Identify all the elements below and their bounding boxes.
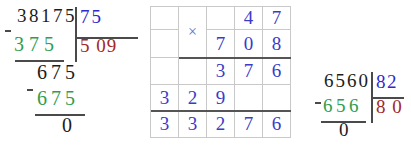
- grid-cell-r2c4: 0: [235, 30, 263, 58]
- grid-cell-r2c5: 8: [263, 30, 291, 58]
- dividend: 38175: [17, 6, 77, 25]
- quotient: 5 09: [80, 36, 117, 55]
- grid-cell-r4c3: 9: [207, 85, 235, 111]
- subtrahend-1: 656: [323, 96, 362, 115]
- grid-cell-r5c2: 3: [179, 111, 207, 138]
- subtraction-line-2: [35, 114, 85, 116]
- grid-cell-r2c1: [151, 30, 179, 58]
- grid-cell-r5c5: 6: [263, 111, 291, 138]
- arithmetic-worksheet: 38175 75 5 09 375 675 675 0 ×47708376329…: [0, 0, 411, 149]
- quotient: 8 0: [376, 97, 403, 116]
- divisor: 75: [80, 7, 103, 26]
- grid-cell-r1c4: 4: [235, 7, 263, 30]
- remainder: 0: [339, 120, 349, 139]
- grid-cell-r5c1: 3: [151, 111, 179, 138]
- divisor: 82: [376, 72, 398, 91]
- grid-cell-r3c5: 6: [263, 58, 291, 85]
- grid-cell-r4c4: [235, 85, 263, 111]
- grid-cell-r5c4: 7: [235, 111, 263, 138]
- grid-cell-r1c3: [207, 7, 235, 30]
- dividend: 6560: [324, 71, 370, 90]
- grid-cell-r3c1: [151, 58, 179, 85]
- grid-cell-r3c4: 7: [235, 58, 263, 85]
- subtrahend-1: 375: [14, 34, 59, 54]
- grid-cell-r2c3: 7: [207, 30, 235, 58]
- result-line: [151, 110, 291, 112]
- grid-cell-r5c3: 2: [207, 111, 235, 138]
- division-bracket-vertical-line: [75, 7, 77, 62]
- grid-cell-r3c3: 3: [207, 58, 235, 85]
- subtrahend-2: 675: [37, 88, 79, 108]
- grid-cell-r4c2: 2: [179, 85, 207, 111]
- multiplication-grid: ×4770837632933276: [150, 6, 291, 138]
- minus-icon: [5, 30, 11, 32]
- multiplication-line: [179, 57, 291, 59]
- grid-cell-r1c1: [151, 7, 179, 30]
- grid-cell-r4c1: 3: [151, 85, 179, 111]
- grid-cell-r4c5: [263, 85, 291, 111]
- grid-cell-r1c5: 7: [263, 7, 291, 30]
- minus-icon: [315, 102, 321, 104]
- grid-cell-r3c2: [179, 58, 207, 85]
- brought-down-number: 675: [37, 62, 79, 82]
- remainder: 0: [62, 115, 72, 135]
- minus-icon: [27, 89, 33, 91]
- multiply-icon: ×: [179, 7, 207, 58]
